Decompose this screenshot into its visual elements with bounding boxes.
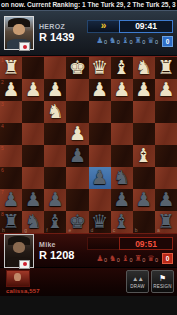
- file-label: g: [24, 227, 27, 233]
- square-e3[interactable]: [66, 101, 88, 123]
- piece-bP[interactable]: ♟: [157, 189, 174, 209]
- square-e8[interactable]: e♚: [66, 211, 88, 233]
- piece-wR[interactable]: ♜: [3, 57, 20, 77]
- square-c2[interactable]: ♟: [111, 79, 133, 101]
- chess-app: on now. Current Ranking: 1 The Turk 29, …: [0, 0, 177, 315]
- captured-knight-icon: ♞0: [109, 255, 120, 263]
- player-name: Mike: [39, 241, 87, 248]
- opponent-captured-tray: ♟0♞0♝0♜0♛00: [96, 36, 173, 47]
- piece-bP[interactable]: ♟: [47, 189, 64, 209]
- square-b1[interactable]: ♞: [133, 57, 155, 79]
- square-a8[interactable]: a♜: [155, 211, 177, 233]
- resign-flag-icon: ⚑: [159, 274, 166, 283]
- turn-arrow-icon: »: [101, 21, 107, 31]
- news-ticker: on now. Current Ranking: 1 The Turk 29, …: [0, 0, 177, 10]
- square-c4[interactable]: [111, 123, 133, 145]
- japan-flag-icon: [19, 42, 30, 51]
- piece-wN[interactable]: ♞: [135, 57, 152, 77]
- opponent-name: HEROZ: [39, 23, 87, 30]
- square-c3[interactable]: [111, 101, 133, 123]
- file-label: c: [113, 227, 116, 233]
- square-d2[interactable]: ♟: [89, 79, 111, 101]
- rank-label: 5: [1, 145, 4, 151]
- square-b5[interactable]: ♝: [133, 145, 155, 167]
- square-h2[interactable]: 2♟: [0, 79, 22, 101]
- square-a4[interactable]: [155, 123, 177, 145]
- square-c1[interactable]: ♝: [111, 57, 133, 79]
- square-h5[interactable]: 5: [0, 145, 22, 167]
- square-b8[interactable]: b: [133, 211, 155, 233]
- square-h3[interactable]: 3: [0, 101, 22, 123]
- draw-icon: ▲▲: [132, 274, 143, 283]
- captured-pawn-icon: ♟0: [96, 37, 107, 45]
- piece-wP[interactable]: ♟: [113, 79, 130, 99]
- piece-wP[interactable]: ♟: [25, 79, 42, 99]
- rank-label: 7: [1, 189, 4, 195]
- square-h1[interactable]: 1♜: [0, 57, 22, 79]
- player-score-badge: 0: [162, 253, 173, 264]
- avatar-face: [13, 242, 25, 253]
- watermark: calissa,557: [6, 270, 40, 294]
- avatar-face: [13, 24, 25, 35]
- captured-rook-icon: ♜0: [135, 255, 146, 263]
- square-a7[interactable]: ♟: [155, 189, 177, 211]
- piece-wP[interactable]: ♟: [157, 79, 174, 99]
- piece-wQ[interactable]: ♛: [91, 57, 108, 77]
- file-label: d: [91, 227, 94, 233]
- rank-label: 6: [1, 167, 4, 173]
- piece-wB[interactable]: ♝: [135, 145, 152, 165]
- opponent-rating: R 1439: [39, 31, 87, 43]
- resign-button[interactable]: ⚑ RESIGN: [151, 270, 174, 293]
- square-g6[interactable]: [22, 167, 44, 189]
- player-clock: 09:51: [119, 237, 173, 250]
- square-g5[interactable]: [22, 145, 44, 167]
- bottom-toolbar: calissa,557 ▲▲ DRAW ⚑ RESIGN: [0, 268, 177, 296]
- player-panel: Mike R 1208 09:51 ♟0♞0♝0♜0♛00: [0, 233, 177, 268]
- board-frame: 1♜♚♛♝♞♜2♟♟♟♟♟♟♟3♞4♟5♟♝6♟♞7♟♟♟♟♟♟8h♜g♞f♝e…: [0, 56, 177, 233]
- opponent-clock-bar: » 09:41: [87, 20, 173, 33]
- rank-label: 1: [1, 57, 4, 63]
- square-g7[interactable]: ♟: [22, 189, 44, 211]
- player-captured-tray: ♟0♞0♝0♜0♛00: [96, 253, 173, 264]
- watermark-avatar: [6, 270, 30, 287]
- square-b2[interactable]: ♟: [133, 79, 155, 101]
- square-f7[interactable]: ♟: [44, 189, 66, 211]
- square-h4[interactable]: 4: [0, 123, 22, 145]
- square-f6[interactable]: [44, 167, 66, 189]
- square-a5[interactable]: [155, 145, 177, 167]
- square-a6[interactable]: [155, 167, 177, 189]
- file-label: f: [46, 227, 47, 233]
- square-f5[interactable]: [44, 145, 66, 167]
- chess-board: 1♜♚♛♝♞♜2♟♟♟♟♟♟♟3♞4♟5♟♝6♟♞7♟♟♟♟♟♟8h♜g♞f♝e…: [0, 57, 177, 233]
- piece-bP[interactable]: ♟: [69, 145, 86, 165]
- piece-wP[interactable]: ♟: [3, 79, 20, 99]
- square-c6[interactable]: ♞: [111, 167, 133, 189]
- piece-wK[interactable]: ♚: [69, 57, 86, 77]
- square-a1[interactable]: ♜: [155, 57, 177, 79]
- piece-wP[interactable]: ♟: [91, 79, 108, 99]
- piece-bR[interactable]: ♜: [157, 211, 174, 231]
- piece-bN[interactable]: ♞: [113, 167, 130, 187]
- file-label: h: [2, 227, 5, 233]
- square-f2[interactable]: ♟: [44, 79, 66, 101]
- player-clock-bar: 09:51: [87, 237, 173, 250]
- piece-bP[interactable]: ♟: [91, 167, 108, 187]
- square-c5[interactable]: [111, 145, 133, 167]
- piece-wP[interactable]: ♟: [47, 79, 64, 99]
- piece-bP[interactable]: ♟: [135, 189, 152, 209]
- piece-wB[interactable]: ♝: [113, 57, 130, 77]
- footer-space: [0, 296, 177, 315]
- opponent-panel: HEROZ R 1439 » 09:41 ♟0♞0♝0♜0♛00: [0, 10, 177, 56]
- square-f3[interactable]: ♞: [44, 101, 66, 123]
- piece-bR[interactable]: ♜: [3, 211, 20, 231]
- square-d1[interactable]: ♛: [89, 57, 111, 79]
- square-d3[interactable]: [89, 101, 111, 123]
- square-d4[interactable]: [89, 123, 111, 145]
- captured-pawn-icon: ♟0: [96, 255, 107, 263]
- piece-wP[interactable]: ♟: [135, 79, 152, 99]
- square-e7[interactable]: [66, 189, 88, 211]
- square-f4[interactable]: [44, 123, 66, 145]
- square-e2[interactable]: [66, 79, 88, 101]
- piece-bQ[interactable]: ♛: [91, 211, 108, 231]
- square-d8[interactable]: d♛: [89, 211, 111, 233]
- piece-bK[interactable]: ♚: [69, 211, 86, 231]
- opponent-score-badge: 0: [162, 36, 173, 47]
- captured-queen-icon: ♛0: [147, 37, 158, 45]
- japan-flag-icon: [19, 260, 30, 269]
- square-d6[interactable]: ♟: [89, 167, 111, 189]
- opponent-avatar: [4, 16, 34, 50]
- piece-wR[interactable]: ♜: [157, 57, 174, 77]
- square-c7[interactable]: ♟: [111, 189, 133, 211]
- square-g1[interactable]: [22, 57, 44, 79]
- square-b4[interactable]: [133, 123, 155, 145]
- square-e6[interactable]: [66, 167, 88, 189]
- watermark-text: calissa,557: [6, 288, 40, 294]
- piece-bP[interactable]: ♟: [25, 189, 42, 209]
- piece-wP[interactable]: ♟: [69, 123, 86, 143]
- square-e4[interactable]: ♟: [66, 123, 88, 145]
- rank-label: 2: [1, 79, 4, 85]
- piece-bN[interactable]: ♞: [25, 211, 42, 231]
- square-g8[interactable]: g♞: [22, 211, 44, 233]
- draw-button[interactable]: ▲▲ DRAW: [126, 270, 149, 293]
- opponent-clock: 09:41: [119, 20, 173, 33]
- square-e1[interactable]: ♚: [66, 57, 88, 79]
- square-g4[interactable]: [22, 123, 44, 145]
- square-d5[interactable]: [89, 145, 111, 167]
- square-h8[interactable]: 8h♜: [0, 211, 22, 233]
- player-rating: R 1208: [39, 249, 87, 261]
- captured-bishop-icon: ♝0: [122, 37, 133, 45]
- piece-wN[interactable]: ♞: [47, 101, 64, 121]
- square-b7[interactable]: ♟: [133, 189, 155, 211]
- square-a3[interactable]: [155, 101, 177, 123]
- player-avatar: [4, 234, 34, 268]
- square-e5[interactable]: ♟: [66, 145, 88, 167]
- captured-knight-icon: ♞0: [109, 37, 120, 45]
- square-g3[interactable]: [22, 101, 44, 123]
- square-b3[interactable]: [133, 101, 155, 123]
- piece-bB[interactable]: ♝: [47, 211, 64, 231]
- square-b6[interactable]: [133, 167, 155, 189]
- piece-bP[interactable]: ♟: [113, 189, 130, 209]
- square-a2[interactable]: ♟: [155, 79, 177, 101]
- square-c8[interactable]: c♝: [111, 211, 133, 233]
- rank-label: 4: [1, 123, 4, 129]
- captured-queen-icon: ♛0: [147, 255, 158, 263]
- file-label: a: [157, 227, 160, 233]
- rank-label: 3: [1, 101, 4, 107]
- captured-rook-icon: ♜0: [135, 37, 146, 45]
- square-f1[interactable]: [44, 57, 66, 79]
- piece-bP[interactable]: ♟: [3, 189, 20, 209]
- file-label: e: [68, 227, 71, 233]
- square-h6[interactable]: 6: [0, 167, 22, 189]
- square-g2[interactable]: ♟: [22, 79, 44, 101]
- rank-label: 8: [1, 211, 4, 217]
- file-label: b: [135, 227, 138, 233]
- captured-bishop-icon: ♝0: [122, 255, 133, 263]
- square-d7[interactable]: [89, 189, 111, 211]
- piece-bB[interactable]: ♝: [113, 211, 130, 231]
- square-f8[interactable]: f♝: [44, 211, 66, 233]
- square-h7[interactable]: 7♟: [0, 189, 22, 211]
